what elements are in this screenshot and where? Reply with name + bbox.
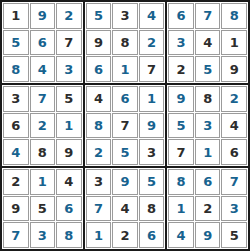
sudoku-cell-r7c9[interactable]: 7 bbox=[221, 169, 247, 195]
sudoku-cell-r2c5[interactable]: 8 bbox=[112, 30, 138, 56]
sudoku-cell-r9c1[interactable]: 7 bbox=[3, 222, 29, 248]
sudoku-cell-r8c6[interactable]: 8 bbox=[139, 196, 165, 222]
sudoku-cell-r6c1[interactable]: 4 bbox=[3, 139, 29, 165]
sudoku-cell-r1c9[interactable]: 8 bbox=[221, 3, 247, 29]
sudoku-cell-r4c8[interactable]: 8 bbox=[195, 86, 221, 112]
sudoku-cell-r7c7[interactable]: 8 bbox=[168, 169, 194, 195]
sudoku-cell-r2c6[interactable]: 2 bbox=[139, 30, 165, 56]
sudoku-cell-r7c6[interactable]: 5 bbox=[139, 169, 165, 195]
sudoku-cell-r5c9[interactable]: 4 bbox=[221, 113, 247, 139]
sudoku-cell-r1c3[interactable]: 2 bbox=[56, 3, 82, 29]
sudoku-cell-r7c5[interactable]: 9 bbox=[112, 169, 138, 195]
sudoku-cell-r7c1[interactable]: 2 bbox=[3, 169, 29, 195]
sudoku-cell-r8c2[interactable]: 5 bbox=[30, 196, 56, 222]
sudoku-block-r2c2: 461879253 bbox=[85, 85, 166, 166]
sudoku-block-r2c1: 375621489 bbox=[2, 85, 83, 166]
sudoku-cell-r2c9[interactable]: 1 bbox=[221, 30, 247, 56]
sudoku-cell-r4c3[interactable]: 5 bbox=[56, 86, 82, 112]
sudoku-cell-r5c8[interactable]: 3 bbox=[195, 113, 221, 139]
sudoku-block-r3c1: 214956738 bbox=[2, 168, 83, 249]
sudoku-cell-r3c5[interactable]: 1 bbox=[112, 56, 138, 82]
sudoku-cell-r3c9[interactable]: 9 bbox=[221, 56, 247, 82]
sudoku-cell-r7c8[interactable]: 6 bbox=[195, 169, 221, 195]
sudoku-cell-r7c4[interactable]: 3 bbox=[86, 169, 112, 195]
sudoku-cell-r8c3[interactable]: 6 bbox=[56, 196, 82, 222]
sudoku-cell-r4c2[interactable]: 7 bbox=[30, 86, 56, 112]
sudoku-cell-r2c7[interactable]: 3 bbox=[168, 30, 194, 56]
sudoku-cell-r8c1[interactable]: 9 bbox=[3, 196, 29, 222]
sudoku-cell-r6c2[interactable]: 8 bbox=[30, 139, 56, 165]
sudoku-cell-r5c7[interactable]: 5 bbox=[168, 113, 194, 139]
sudoku-cell-r8c7[interactable]: 1 bbox=[168, 196, 194, 222]
sudoku-cell-r1c2[interactable]: 9 bbox=[30, 3, 56, 29]
sudoku-cell-r1c4[interactable]: 5 bbox=[86, 3, 112, 29]
sudoku-cell-r3c1[interactable]: 8 bbox=[3, 56, 29, 82]
sudoku-block-r1c1: 192567843 bbox=[2, 2, 83, 83]
sudoku-cell-r1c5[interactable]: 3 bbox=[112, 3, 138, 29]
sudoku-block-r2c3: 982534716 bbox=[167, 85, 248, 166]
sudoku-cell-r9c3[interactable]: 8 bbox=[56, 222, 82, 248]
sudoku-cell-r9c7[interactable]: 4 bbox=[168, 222, 194, 248]
sudoku-cell-r9c5[interactable]: 2 bbox=[112, 222, 138, 248]
sudoku-cell-r2c3[interactable]: 7 bbox=[56, 30, 82, 56]
sudoku-cell-r6c3[interactable]: 9 bbox=[56, 139, 82, 165]
sudoku-block-r1c3: 678341259 bbox=[167, 2, 248, 83]
sudoku-cell-r3c4[interactable]: 6 bbox=[86, 56, 112, 82]
sudoku-cell-r3c8[interactable]: 5 bbox=[195, 56, 221, 82]
sudoku-cell-r6c9[interactable]: 6 bbox=[221, 139, 247, 165]
sudoku-cell-r9c6[interactable]: 6 bbox=[139, 222, 165, 248]
sudoku-cell-r6c7[interactable]: 7 bbox=[168, 139, 194, 165]
sudoku-cell-r5c3[interactable]: 1 bbox=[56, 113, 82, 139]
sudoku-cell-r6c6[interactable]: 3 bbox=[139, 139, 165, 165]
sudoku-cell-r1c1[interactable]: 1 bbox=[3, 3, 29, 29]
sudoku-cell-r9c4[interactable]: 1 bbox=[86, 222, 112, 248]
sudoku-cell-r3c2[interactable]: 4 bbox=[30, 56, 56, 82]
sudoku-cell-r6c4[interactable]: 2 bbox=[86, 139, 112, 165]
sudoku-cell-r6c5[interactable]: 5 bbox=[112, 139, 138, 165]
sudoku-cell-r4c9[interactable]: 2 bbox=[221, 86, 247, 112]
sudoku-cell-r8c9[interactable]: 3 bbox=[221, 196, 247, 222]
sudoku-cell-r2c4[interactable]: 9 bbox=[86, 30, 112, 56]
sudoku-cell-r3c6[interactable]: 7 bbox=[139, 56, 165, 82]
sudoku-cell-r9c2[interactable]: 3 bbox=[30, 222, 56, 248]
sudoku-board: 1925678435349826176783412593756214894618… bbox=[0, 0, 250, 251]
sudoku-cell-r4c4[interactable]: 4 bbox=[86, 86, 112, 112]
sudoku-cell-r5c2[interactable]: 2 bbox=[30, 113, 56, 139]
sudoku-cell-r5c5[interactable]: 7 bbox=[112, 113, 138, 139]
sudoku-cell-r9c8[interactable]: 9 bbox=[195, 222, 221, 248]
sudoku-cell-r8c8[interactable]: 2 bbox=[195, 196, 221, 222]
sudoku-cell-r8c5[interactable]: 4 bbox=[112, 196, 138, 222]
sudoku-cell-r4c7[interactable]: 9 bbox=[168, 86, 194, 112]
sudoku-cell-r4c6[interactable]: 1 bbox=[139, 86, 165, 112]
sudoku-cell-r8c4[interactable]: 7 bbox=[86, 196, 112, 222]
sudoku-cell-r5c6[interactable]: 9 bbox=[139, 113, 165, 139]
sudoku-cell-r2c8[interactable]: 4 bbox=[195, 30, 221, 56]
sudoku-cell-r2c1[interactable]: 5 bbox=[3, 30, 29, 56]
sudoku-cell-r3c3[interactable]: 3 bbox=[56, 56, 82, 82]
sudoku-cell-r1c7[interactable]: 6 bbox=[168, 3, 194, 29]
sudoku-block-r3c3: 867123495 bbox=[167, 168, 248, 249]
sudoku-block-r3c2: 395748126 bbox=[85, 168, 166, 249]
sudoku-block-r1c2: 534982617 bbox=[85, 2, 166, 83]
sudoku-cell-r6c8[interactable]: 1 bbox=[195, 139, 221, 165]
sudoku-cell-r7c2[interactable]: 1 bbox=[30, 169, 56, 195]
sudoku-cell-r1c6[interactable]: 4 bbox=[139, 3, 165, 29]
sudoku-cell-r1c8[interactable]: 7 bbox=[195, 3, 221, 29]
sudoku-cell-r7c3[interactable]: 4 bbox=[56, 169, 82, 195]
sudoku-cell-r5c1[interactable]: 6 bbox=[3, 113, 29, 139]
sudoku-cell-r3c7[interactable]: 2 bbox=[168, 56, 194, 82]
sudoku-cell-r2c2[interactable]: 6 bbox=[30, 30, 56, 56]
sudoku-cell-r9c9[interactable]: 5 bbox=[221, 222, 247, 248]
sudoku-cell-r5c4[interactable]: 8 bbox=[86, 113, 112, 139]
sudoku-cell-r4c1[interactable]: 3 bbox=[3, 86, 29, 112]
sudoku-cell-r4c5[interactable]: 6 bbox=[112, 86, 138, 112]
